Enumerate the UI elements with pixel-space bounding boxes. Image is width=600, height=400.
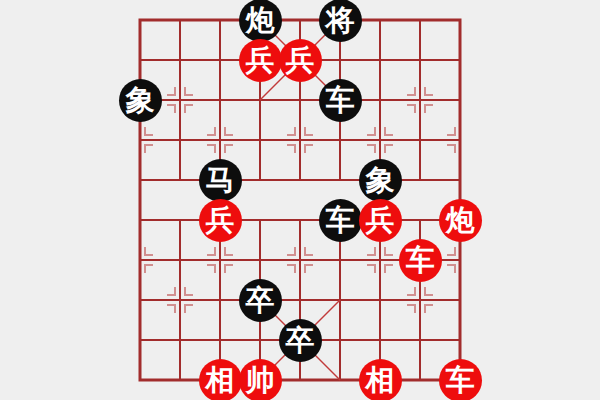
xiangqi-board: 炮将兵兵象车马象兵车兵炮车卒卒相帅相车 xyxy=(0,0,600,400)
piece-red-soldier[interactable]: 兵 xyxy=(199,199,242,242)
board-grid: 炮将兵兵象车马象兵车兵炮车卒卒相帅相车 xyxy=(120,0,480,400)
piece-red-elephant[interactable]: 相 xyxy=(359,359,402,400)
piece-black-general[interactable]: 将 xyxy=(319,0,362,42)
piece-black-elephant[interactable]: 象 xyxy=(119,79,162,122)
piece-black-chariot[interactable]: 车 xyxy=(319,79,362,122)
piece-red-soldier[interactable]: 兵 xyxy=(359,199,402,242)
piece-red-soldier[interactable]: 兵 xyxy=(239,39,282,82)
piece-red-cannon[interactable]: 炮 xyxy=(439,199,482,242)
piece-black-cannon[interactable]: 炮 xyxy=(239,0,282,42)
piece-black-horse[interactable]: 马 xyxy=(199,159,242,202)
piece-red-chariot[interactable]: 车 xyxy=(399,239,442,282)
piece-black-chariot[interactable]: 车 xyxy=(319,199,362,242)
piece-black-soldier[interactable]: 卒 xyxy=(239,279,282,322)
piece-black-elephant[interactable]: 象 xyxy=(359,159,402,202)
piece-red-elephant[interactable]: 相 xyxy=(199,359,242,400)
piece-red-soldier[interactable]: 兵 xyxy=(279,39,322,82)
piece-black-soldier[interactable]: 卒 xyxy=(279,319,322,362)
piece-red-chariot[interactable]: 车 xyxy=(439,359,482,400)
piece-red-general[interactable]: 帅 xyxy=(239,359,282,400)
